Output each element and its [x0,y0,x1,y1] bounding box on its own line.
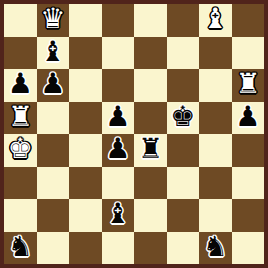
square-g8[interactable]: ♝ [199,4,232,37]
black-pawn: ♟ [40,69,65,101]
white-queen: ♛ [40,4,65,36]
square-b6[interactable]: ♟ [37,69,70,102]
square-f2[interactable] [167,199,200,232]
square-a5[interactable]: ♜ [4,102,37,135]
black-pawn: ♟ [105,102,130,134]
square-b4[interactable] [37,134,70,167]
square-h1[interactable] [232,232,265,265]
square-d1[interactable] [102,232,135,265]
square-c8[interactable] [69,4,102,37]
square-f8[interactable] [167,4,200,37]
square-e5[interactable] [134,102,167,135]
square-c5[interactable] [69,102,102,135]
white-rook: ♜ [235,69,260,101]
white-rook: ♜ [8,102,33,134]
square-b3[interactable] [37,167,70,200]
square-e3[interactable] [134,167,167,200]
black-bishop: ♝ [40,37,65,69]
square-g2[interactable] [199,199,232,232]
square-d6[interactable] [102,69,135,102]
square-d5[interactable]: ♟ [102,102,135,135]
white-king: ♚ [8,134,33,166]
black-king: ♚ [170,102,195,134]
square-h8[interactable] [232,4,265,37]
square-b2[interactable] [37,199,70,232]
square-b5[interactable] [37,102,70,135]
square-a7[interactable] [4,37,37,70]
square-d3[interactable] [102,167,135,200]
square-b8[interactable]: ♛ [37,4,70,37]
square-e6[interactable] [134,69,167,102]
square-g6[interactable] [199,69,232,102]
black-knight: ♞ [8,232,33,264]
square-g1[interactable]: ♞ [199,232,232,265]
square-b1[interactable] [37,232,70,265]
square-g3[interactable] [199,167,232,200]
square-a4[interactable]: ♚ [4,134,37,167]
square-d8[interactable] [102,4,135,37]
black-pawn: ♟ [8,69,33,101]
square-f6[interactable] [167,69,200,102]
square-e1[interactable] [134,232,167,265]
square-h5[interactable]: ♟ [232,102,265,135]
square-b7[interactable]: ♝ [37,37,70,70]
square-e8[interactable] [134,4,167,37]
square-c3[interactable] [69,167,102,200]
square-h3[interactable] [232,167,265,200]
chess-board: ♛♝♝♟♟♜♜♟♚♟♚♟♜♝♞♞ [4,4,264,264]
square-h4[interactable] [232,134,265,167]
black-knight: ♞ [203,232,228,264]
square-a2[interactable] [4,199,37,232]
square-g4[interactable] [199,134,232,167]
square-a8[interactable] [4,4,37,37]
square-a3[interactable] [4,167,37,200]
black-rook: ♜ [138,134,163,166]
square-f7[interactable] [167,37,200,70]
square-g5[interactable] [199,102,232,135]
black-bishop: ♝ [105,199,130,231]
square-f4[interactable] [167,134,200,167]
white-bishop: ♝ [203,4,228,36]
black-pawn: ♟ [235,102,260,134]
square-e2[interactable] [134,199,167,232]
square-e4[interactable]: ♜ [134,134,167,167]
square-f3[interactable] [167,167,200,200]
square-c2[interactable] [69,199,102,232]
square-e7[interactable] [134,37,167,70]
square-c6[interactable] [69,69,102,102]
square-d2[interactable]: ♝ [102,199,135,232]
square-c4[interactable] [69,134,102,167]
chess-board-frame: ♛♝♝♟♟♜♜♟♚♟♚♟♜♝♞♞ [0,0,268,268]
square-f1[interactable] [167,232,200,265]
square-h7[interactable] [232,37,265,70]
square-h2[interactable] [232,199,265,232]
square-d7[interactable] [102,37,135,70]
black-pawn: ♟ [105,134,130,166]
square-d4[interactable]: ♟ [102,134,135,167]
square-h6[interactable]: ♜ [232,69,265,102]
square-a1[interactable]: ♞ [4,232,37,265]
square-c1[interactable] [69,232,102,265]
square-a6[interactable]: ♟ [4,69,37,102]
square-g7[interactable] [199,37,232,70]
square-f5[interactable]: ♚ [167,102,200,135]
square-c7[interactable] [69,37,102,70]
